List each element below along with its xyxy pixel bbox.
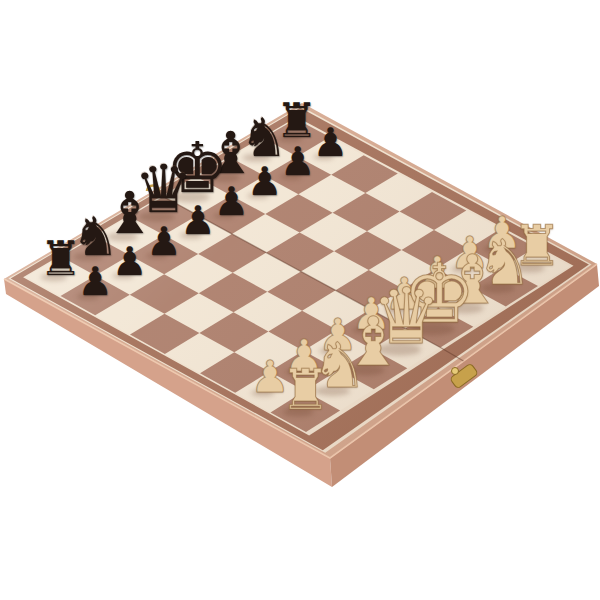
piece-black-pawn-a7: ♟ (77, 263, 112, 303)
piece-black-pawn-d7: ♟ (180, 202, 215, 242)
piece-black-rook-a8: ♜ (39, 235, 82, 283)
piece-black-pawn-h7: ♟ (313, 123, 348, 163)
piece-black-pawn-f7: ♟ (247, 162, 282, 202)
piece-black-pawn-e7: ♟ (214, 182, 249, 222)
piece-black-pawn-b7: ♟ (112, 242, 147, 282)
product-photo-chess-set: ♜♞♝♛♚♝♞♜♟♟♟♟♟♟♟♟♟♟♟♟♟♟♟♟♜♞♝♛♚♝♞♜ (0, 0, 600, 600)
brass-clasp-knob (452, 368, 459, 375)
piece-black-pawn-g7: ♟ (280, 143, 315, 183)
piece-black-pawn-c7: ♟ (146, 222, 181, 262)
piece-white-rook-a1: ♜ (280, 363, 330, 419)
